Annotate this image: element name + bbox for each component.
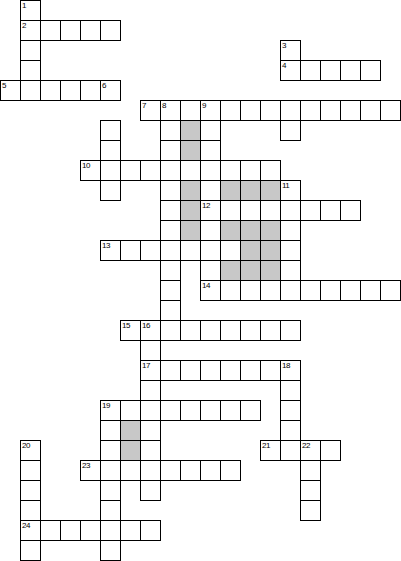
letter-cell-r5-c18[interactable] [360, 100, 381, 121]
letter-cell-r5-c17[interactable] [340, 100, 361, 121]
letter-cell-r24-c15[interactable] [300, 480, 321, 501]
clue-number-12: 12 [202, 201, 210, 210]
letter-cell-r8-c9[interactable] [180, 160, 201, 181]
letter-cell-r18-c8[interactable] [160, 360, 181, 381]
letter-cell-r10-c13[interactable] [260, 200, 281, 221]
clue-number-4: 4 [282, 61, 286, 70]
letter-cell-r16-c12[interactable] [240, 320, 261, 341]
letter-cell-r7-c8[interactable] [160, 140, 181, 161]
letter-cell-r23-c1[interactable] [20, 460, 41, 481]
letter-cell-r12-c7[interactable] [140, 240, 161, 261]
letter-cell-r22-c7[interactable] [140, 440, 161, 461]
letter-cell-r6-c10[interactable] [200, 120, 221, 141]
letter-cell-r9-c8[interactable] [160, 180, 181, 201]
letter-cell-r16-c13[interactable] [260, 320, 281, 341]
letter-cell-r14-c14[interactable] [280, 280, 301, 301]
letter-cell-r5-c9[interactable] [180, 100, 201, 121]
letter-cell-r21-c5[interactable] [100, 420, 121, 441]
letter-cell-r5-c12[interactable] [240, 100, 261, 121]
letter-cell-r16-c9[interactable] [180, 320, 201, 341]
letter-cell-r12-c11[interactable] [220, 240, 241, 261]
letter-cell-r6-c14[interactable] [280, 120, 301, 141]
letter-cell-r12-c10[interactable] [200, 240, 221, 261]
shaded-cell-r7-c9 [180, 140, 201, 161]
letter-cell-r27-c1[interactable] [20, 540, 41, 561]
shaded-cell-r22-c6 [120, 440, 141, 461]
clue-number-14: 14 [202, 281, 210, 290]
letter-cell-r8-c8[interactable] [160, 160, 181, 181]
letter-cell-r3-c17[interactable] [340, 60, 361, 81]
shaded-cell-r11-c11 [220, 220, 241, 241]
letter-cell-r26-c3[interactable] [60, 520, 81, 541]
letter-cell-r25-c15[interactable] [300, 500, 321, 521]
letter-cell-r16-c14[interactable] [280, 320, 301, 341]
letter-cell-r14-c19[interactable] [380, 280, 401, 301]
letter-cell-r2-c1[interactable] [20, 40, 41, 61]
letter-cell-r1-c3[interactable] [60, 20, 81, 41]
letter-cell-r11-c10[interactable] [200, 220, 221, 241]
letter-cell-r16-c10[interactable] [200, 320, 221, 341]
letter-cell-r8-c13[interactable] [260, 160, 281, 181]
letter-cell-r12-c8[interactable] [160, 240, 181, 261]
shaded-cell-r6-c9 [180, 120, 201, 141]
letter-cell-r26-c6[interactable] [120, 520, 141, 541]
letter-cell-r23-c10[interactable] [200, 460, 221, 481]
letter-cell-r5-c19[interactable] [380, 100, 401, 121]
letter-cell-r23-c8[interactable] [160, 460, 181, 481]
letter-cell-r13-c8[interactable] [160, 260, 181, 281]
letter-cell-r23-c7[interactable] [140, 460, 161, 481]
clue-number-18: 18 [282, 361, 290, 370]
clue-number-13: 13 [102, 241, 110, 250]
letter-cell-r20-c14[interactable] [280, 400, 301, 421]
clue-number-5: 5 [2, 81, 6, 90]
shaded-cell-r9-c11 [220, 180, 241, 201]
shaded-cell-r12-c13 [260, 240, 281, 261]
letter-cell-r5-c15[interactable] [300, 100, 321, 121]
letter-cell-r8-c5[interactable] [100, 160, 121, 181]
clue-number-10: 10 [82, 161, 90, 170]
clue-number-22: 22 [302, 441, 310, 450]
letter-cell-r1-c2[interactable] [40, 20, 61, 41]
letter-cell-r10-c8[interactable] [160, 200, 181, 221]
letter-cell-r19-c14[interactable] [280, 380, 301, 401]
letter-cell-r18-c10[interactable] [200, 360, 221, 381]
letter-cell-r25-c1[interactable] [20, 500, 41, 521]
letter-cell-r23-c11[interactable] [220, 460, 241, 481]
letter-cell-r16-c8[interactable] [160, 320, 181, 341]
letter-cell-r10-c12[interactable] [240, 200, 261, 221]
shaded-cell-r11-c13 [260, 220, 281, 241]
letter-cell-r16-c11[interactable] [220, 320, 241, 341]
shaded-cell-r13-c13 [260, 260, 281, 281]
clue-number-20: 20 [22, 441, 30, 450]
shaded-cell-r10-c9 [180, 200, 201, 221]
letter-cell-r20-c8[interactable] [160, 400, 181, 421]
letter-cell-r24-c7[interactable] [140, 480, 161, 501]
shaded-cell-r11-c12 [240, 220, 261, 241]
letter-cell-r18-c11[interactable] [220, 360, 241, 381]
letter-cell-r21-c14[interactable] [280, 420, 301, 441]
letter-cell-r23-c9[interactable] [180, 460, 201, 481]
letter-cell-r6-c5[interactable] [100, 120, 121, 141]
letter-cell-r19-c7[interactable] [140, 380, 161, 401]
letter-cell-r20-c12[interactable] [240, 400, 261, 421]
clue-number-21: 21 [262, 441, 270, 450]
shaded-cell-r9-c9 [180, 180, 201, 201]
letter-cell-r22-c14[interactable] [280, 440, 301, 461]
letter-cell-r18-c12[interactable] [240, 360, 261, 381]
crossword-grid: 123456789101112131415161718192021222324 [0, 0, 401, 561]
letter-cell-r7-c5[interactable] [100, 140, 121, 161]
shaded-cell-r9-c13 [260, 180, 281, 201]
clue-number-16: 16 [142, 321, 150, 330]
letter-cell-r3-c1[interactable] [20, 60, 41, 81]
letter-cell-r26-c4[interactable] [80, 520, 101, 541]
shaded-cell-r12-c12 [240, 240, 261, 261]
letter-cell-r25-c5[interactable] [100, 500, 121, 521]
letter-cell-r3-c18[interactable] [360, 60, 381, 81]
clue-number-2: 2 [22, 21, 26, 30]
clue-number-17: 17 [142, 361, 150, 370]
letter-cell-r10-c17[interactable] [340, 200, 361, 221]
letter-cell-r8-c7[interactable] [140, 160, 161, 181]
clue-number-19: 19 [102, 401, 110, 410]
letter-cell-r8-c10[interactable] [200, 160, 221, 181]
letter-cell-r9-c5[interactable] [100, 180, 121, 201]
letter-cell-r27-c5[interactable] [100, 540, 121, 561]
shaded-cell-r21-c6 [120, 420, 141, 441]
shaded-cell-r13-c11 [220, 260, 241, 281]
letter-cell-r14-c18[interactable] [360, 280, 381, 301]
clue-number-1: 1 [22, 1, 26, 10]
letter-cell-r21-c7[interactable] [140, 420, 161, 441]
letter-cell-r8-c6[interactable] [120, 160, 141, 181]
letter-cell-r4-c2[interactable] [40, 80, 61, 101]
letter-cell-r20-c6[interactable] [120, 400, 141, 421]
letter-cell-r10-c14[interactable] [280, 200, 301, 221]
letter-cell-r11-c8[interactable] [160, 220, 181, 241]
letter-cell-r10-c15[interactable] [300, 200, 321, 221]
clue-number-3: 3 [282, 41, 286, 50]
letter-cell-r14-c8[interactable] [160, 280, 181, 301]
letter-cell-r5-c14[interactable] [280, 100, 301, 121]
letter-cell-r24-c1[interactable] [20, 480, 41, 501]
clue-number-23: 23 [82, 461, 90, 470]
letter-cell-r5-c13[interactable] [260, 100, 281, 121]
letter-cell-r20-c9[interactable] [180, 400, 201, 421]
letter-cell-r26-c2[interactable] [40, 520, 61, 541]
shaded-cell-r13-c12 [240, 260, 261, 281]
shaded-cell-r11-c9 [180, 220, 201, 241]
letter-cell-r10-c11[interactable] [220, 200, 241, 221]
clue-number-24: 24 [22, 521, 30, 530]
letter-cell-r5-c11[interactable] [220, 100, 241, 121]
letter-cell-r12-c6[interactable] [120, 240, 141, 261]
letter-cell-r12-c14[interactable] [280, 240, 301, 261]
letter-cell-r6-c8[interactable] [160, 120, 181, 141]
letter-cell-r14-c13[interactable] [260, 280, 281, 301]
letter-cell-r7-c10[interactable] [200, 140, 221, 161]
letter-cell-r23-c6[interactable] [120, 460, 141, 481]
letter-cell-r3-c16[interactable] [320, 60, 341, 81]
letter-cell-r4-c3[interactable] [60, 80, 81, 101]
letter-cell-r15-c8[interactable] [160, 300, 181, 321]
clue-number-6: 6 [102, 81, 106, 90]
clue-number-9: 9 [202, 101, 206, 110]
letter-cell-r4-c1[interactable] [20, 80, 41, 101]
clue-number-11: 11 [282, 181, 289, 190]
letter-cell-r11-c14[interactable] [280, 220, 301, 241]
letter-cell-r18-c9[interactable] [180, 360, 201, 381]
letter-cell-r14-c17[interactable] [340, 280, 361, 301]
letter-cell-r1-c5[interactable] [100, 20, 121, 41]
letter-cell-r13-c10[interactable] [200, 260, 221, 281]
letter-cell-r22-c5[interactable] [100, 440, 121, 461]
letter-cell-r18-c13[interactable] [260, 360, 281, 381]
letter-cell-r20-c10[interactable] [200, 400, 221, 421]
letter-cell-r14-c15[interactable] [300, 280, 321, 301]
clue-number-8: 8 [162, 101, 166, 110]
letter-cell-r26-c7[interactable] [140, 520, 161, 541]
letter-cell-r20-c7[interactable] [140, 400, 161, 421]
letter-cell-r4-c4[interactable] [80, 80, 101, 101]
letter-cell-r17-c7[interactable] [140, 340, 161, 361]
letter-cell-r24-c5[interactable] [100, 480, 121, 501]
shaded-cell-r9-c12 [240, 180, 261, 201]
letter-cell-r14-c11[interactable] [220, 280, 241, 301]
letter-cell-r5-c16[interactable] [320, 100, 341, 121]
letter-cell-r12-c9[interactable] [180, 240, 201, 261]
letter-cell-r13-c14[interactable] [280, 260, 301, 281]
letter-cell-r26-c5[interactable] [100, 520, 121, 541]
letter-cell-r9-c10[interactable] [200, 180, 221, 201]
letter-cell-r10-c16[interactable] [320, 200, 341, 221]
letter-cell-r20-c11[interactable] [220, 400, 241, 421]
clue-number-7: 7 [142, 101, 146, 110]
clue-number-15: 15 [122, 321, 130, 330]
letter-cell-r8-c12[interactable] [240, 160, 261, 181]
letter-cell-r8-c11[interactable] [220, 160, 241, 181]
letter-cell-r22-c16[interactable] [320, 440, 341, 461]
letter-cell-r14-c12[interactable] [240, 280, 261, 301]
letter-cell-r14-c16[interactable] [320, 280, 341, 301]
letter-cell-r23-c5[interactable] [100, 460, 121, 481]
letter-cell-r23-c15[interactable] [300, 460, 321, 481]
letter-cell-r3-c15[interactable] [300, 60, 321, 81]
letter-cell-r1-c4[interactable] [80, 20, 101, 41]
